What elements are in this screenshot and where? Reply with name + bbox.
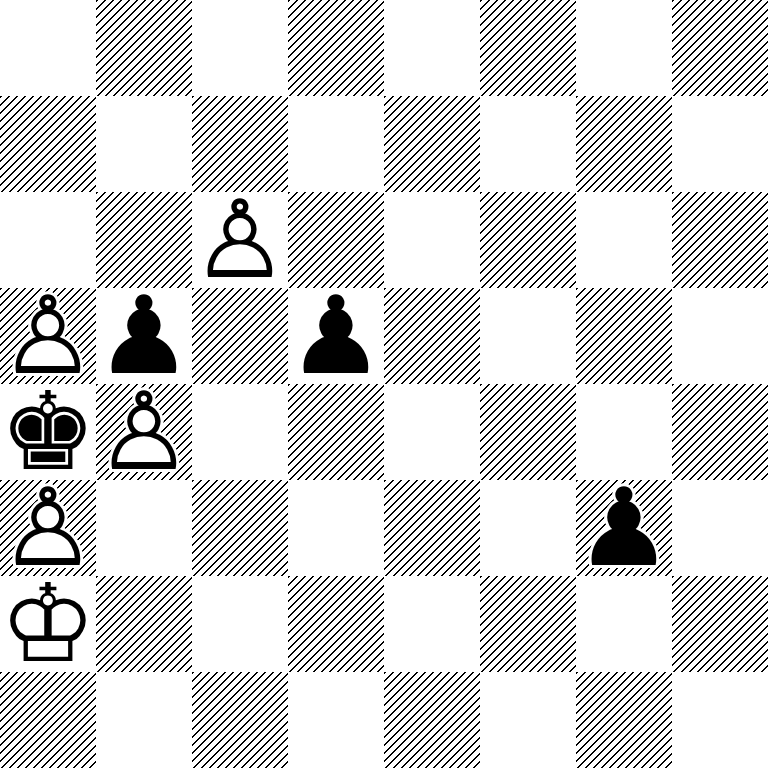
- black-pawn-d5[interactable]: ♟♟: [288, 288, 384, 384]
- square-c4[interactable]: [192, 384, 288, 480]
- square-h1[interactable]: [672, 672, 768, 768]
- square-e8[interactable]: [384, 0, 480, 96]
- square-g7[interactable]: [576, 96, 672, 192]
- square-h6[interactable]: [672, 192, 768, 288]
- square-b8[interactable]: [96, 0, 192, 96]
- square-g1[interactable]: [576, 672, 672, 768]
- square-e2[interactable]: [384, 576, 480, 672]
- white-pawn-b4[interactable]: ♟♙: [96, 384, 192, 480]
- square-c8[interactable]: [192, 0, 288, 96]
- square-e3[interactable]: [384, 480, 480, 576]
- square-a3[interactable]: ♟♙: [0, 480, 96, 576]
- square-f4[interactable]: [480, 384, 576, 480]
- square-d6[interactable]: [288, 192, 384, 288]
- square-c3[interactable]: [192, 480, 288, 576]
- piece-glyph: ♔: [0, 576, 96, 672]
- square-d3[interactable]: [288, 480, 384, 576]
- square-g8[interactable]: [576, 0, 672, 96]
- square-d7[interactable]: [288, 96, 384, 192]
- piece-glyph: ♙: [96, 384, 192, 480]
- white-pawn-c6[interactable]: ♟♙: [192, 192, 288, 288]
- square-d1[interactable]: [288, 672, 384, 768]
- piece-glyph: ♟: [96, 288, 192, 384]
- white-king-a2[interactable]: ♚♔: [0, 576, 96, 672]
- piece-glyph: ♙: [0, 480, 96, 576]
- square-c1[interactable]: [192, 672, 288, 768]
- square-c5[interactable]: [192, 288, 288, 384]
- square-h8[interactable]: [672, 0, 768, 96]
- square-h3[interactable]: [672, 480, 768, 576]
- square-h7[interactable]: [672, 96, 768, 192]
- square-e1[interactable]: [384, 672, 480, 768]
- square-g2[interactable]: [576, 576, 672, 672]
- black-pawn-g3[interactable]: ♟♟: [576, 480, 672, 576]
- square-a4[interactable]: ♚♚: [0, 384, 96, 480]
- black-pawn-b5[interactable]: ♟♟: [96, 288, 192, 384]
- square-e7[interactable]: [384, 96, 480, 192]
- square-b5[interactable]: ♟♟: [96, 288, 192, 384]
- piece-glyph: ♟: [288, 288, 384, 384]
- square-f7[interactable]: [480, 96, 576, 192]
- square-a7[interactable]: [0, 96, 96, 192]
- square-f8[interactable]: [480, 0, 576, 96]
- square-b2[interactable]: [96, 576, 192, 672]
- piece-glyph: ♙: [192, 192, 288, 288]
- square-f5[interactable]: [480, 288, 576, 384]
- white-pawn-a3[interactable]: ♟♙: [0, 480, 96, 576]
- square-d4[interactable]: [288, 384, 384, 480]
- square-a2[interactable]: ♚♔: [0, 576, 96, 672]
- square-e6[interactable]: [384, 192, 480, 288]
- white-pawn-a5[interactable]: ♟♙: [0, 288, 96, 384]
- piece-glyph: ♙: [0, 288, 96, 384]
- square-c2[interactable]: [192, 576, 288, 672]
- square-d2[interactable]: [288, 576, 384, 672]
- square-a5[interactable]: ♟♙: [0, 288, 96, 384]
- square-g6[interactable]: [576, 192, 672, 288]
- square-f1[interactable]: [480, 672, 576, 768]
- square-h5[interactable]: [672, 288, 768, 384]
- square-b6[interactable]: [96, 192, 192, 288]
- piece-glyph: ♟: [576, 480, 672, 576]
- square-c7[interactable]: [192, 96, 288, 192]
- square-f6[interactable]: [480, 192, 576, 288]
- square-f2[interactable]: [480, 576, 576, 672]
- square-e4[interactable]: [384, 384, 480, 480]
- square-b7[interactable]: [96, 96, 192, 192]
- square-b1[interactable]: [96, 672, 192, 768]
- square-b3[interactable]: [96, 480, 192, 576]
- square-d8[interactable]: [288, 0, 384, 96]
- square-c6[interactable]: ♟♙: [192, 192, 288, 288]
- piece-glyph: ♚: [0, 384, 96, 480]
- square-h4[interactable]: [672, 384, 768, 480]
- square-a1[interactable]: [0, 672, 96, 768]
- square-a8[interactable]: [0, 0, 96, 96]
- square-b4[interactable]: ♟♙: [96, 384, 192, 480]
- square-h2[interactable]: [672, 576, 768, 672]
- square-g5[interactable]: [576, 288, 672, 384]
- square-a6[interactable]: [0, 192, 96, 288]
- black-king-a4[interactable]: ♚♚: [0, 384, 96, 480]
- square-g3[interactable]: ♟♟: [576, 480, 672, 576]
- square-f3[interactable]: [480, 480, 576, 576]
- square-d5[interactable]: ♟♟: [288, 288, 384, 384]
- square-e5[interactable]: [384, 288, 480, 384]
- square-g4[interactable]: [576, 384, 672, 480]
- chess-board: ♟♙♟♙♟♟♟♟♚♚♟♙♟♙♟♟♚♔: [0, 0, 768, 768]
